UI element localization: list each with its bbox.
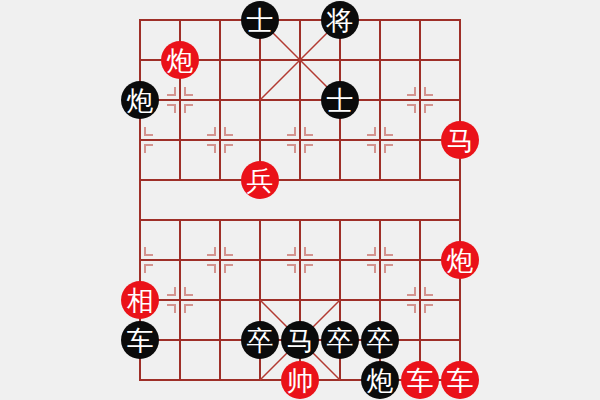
piece-red-elephant[interactable]: 相 xyxy=(121,281,159,319)
piece-red-general[interactable]: 帅 xyxy=(281,361,319,399)
piece-black-soldier[interactable]: 卒 xyxy=(241,321,279,359)
xiangqi-board[interactable]: 士将炮炮士马兵炮相车卒马卒卒帅炮车车 xyxy=(0,0,600,400)
piece-red-chariot[interactable]: 车 xyxy=(401,361,439,399)
piece-black-advisor[interactable]: 士 xyxy=(241,1,279,39)
board-intersections: 士将炮炮士马兵炮相车卒马卒卒帅炮车车 xyxy=(120,0,480,400)
piece-black-soldier[interactable]: 卒 xyxy=(361,321,399,359)
piece-black-cannon[interactable]: 炮 xyxy=(361,361,399,399)
piece-black-horse[interactable]: 马 xyxy=(281,321,319,359)
piece-red-cannon[interactable]: 炮 xyxy=(441,241,479,279)
piece-red-chariot[interactable]: 车 xyxy=(441,361,479,399)
piece-red-soldier[interactable]: 兵 xyxy=(241,161,279,199)
piece-black-chariot[interactable]: 车 xyxy=(121,321,159,359)
piece-black-advisor[interactable]: 士 xyxy=(321,81,359,119)
piece-black-cannon[interactable]: 炮 xyxy=(121,81,159,119)
piece-red-cannon[interactable]: 炮 xyxy=(161,41,199,79)
piece-black-general[interactable]: 将 xyxy=(321,1,359,39)
piece-black-soldier[interactable]: 卒 xyxy=(321,321,359,359)
piece-red-horse[interactable]: 马 xyxy=(441,121,479,159)
